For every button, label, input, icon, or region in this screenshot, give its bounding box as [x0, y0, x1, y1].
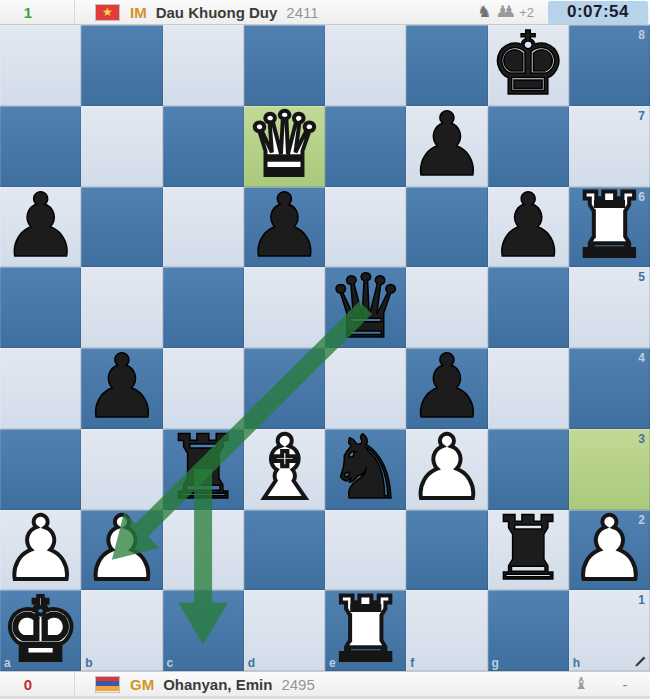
- square-h4[interactable]: 4: [569, 348, 650, 429]
- piece-bP-b4[interactable]: ♟: [81, 348, 162, 429]
- square-c6[interactable]: [163, 187, 244, 268]
- file-label-f: f: [410, 657, 414, 669]
- square-a8[interactable]: [0, 25, 81, 106]
- top-player-title: IM: [130, 4, 147, 21]
- square-f6[interactable]: [406, 187, 487, 268]
- square-c2[interactable]: [163, 510, 244, 591]
- square-d2[interactable]: [244, 510, 325, 591]
- flag-star: ★: [96, 5, 119, 19]
- square-g1[interactable]: g: [488, 590, 569, 671]
- rank-label-7: 7: [638, 110, 645, 122]
- bar-divider: [74, 0, 75, 24]
- piece-bR-c3[interactable]: ♜: [163, 429, 244, 510]
- chess-board[interactable]: 8765432abcdefgh1♚♛♟♟♟♟♜♛♟♟♜♝♞♟♟♟♜♟♚♜: [0, 25, 650, 671]
- square-c1[interactable]: c: [163, 590, 244, 671]
- piece-wP-h2[interactable]: ♟: [569, 510, 650, 591]
- square-a4[interactable]: [0, 348, 81, 429]
- square-f2[interactable]: [406, 510, 487, 591]
- square-c5[interactable]: [163, 267, 244, 348]
- square-b6[interactable]: [81, 187, 162, 268]
- bottom-player-name: Ohanyan, Emin: [163, 676, 272, 693]
- bishop-icon: ♝: [574, 676, 588, 692]
- file-label-b: b: [85, 657, 92, 669]
- bottom-player-title: GM: [130, 676, 154, 693]
- armenia-flag-icon: [95, 676, 120, 693]
- square-d5[interactable]: [244, 267, 325, 348]
- square-b7[interactable]: [81, 106, 162, 187]
- square-e7[interactable]: [325, 106, 406, 187]
- top-player-clock: 0:07:54: [548, 1, 648, 24]
- square-h8[interactable]: 8: [569, 25, 650, 106]
- file-label-c: c: [167, 657, 174, 669]
- piece-bN-e3[interactable]: ♞: [325, 429, 406, 510]
- square-h5[interactable]: 5: [569, 267, 650, 348]
- file-label-h: h: [573, 657, 580, 669]
- edit-pencil-icon[interactable]: [633, 655, 647, 669]
- square-b8[interactable]: [81, 25, 162, 106]
- top-material-extra: +2: [519, 5, 534, 20]
- square-g4[interactable]: [488, 348, 569, 429]
- top-player-name: Dau Khuong Duy: [156, 4, 278, 21]
- piece-wR-h6[interactable]: ♜: [569, 187, 650, 268]
- bottom-player-clock: -: [602, 676, 648, 693]
- file-label-d: d: [248, 657, 255, 669]
- flag-stripe: [96, 686, 119, 691]
- piece-bK-g8[interactable]: ♚: [488, 25, 569, 106]
- file-label-g: g: [492, 657, 499, 669]
- piece-wB-d3[interactable]: ♝: [244, 429, 325, 510]
- square-f1[interactable]: f: [406, 590, 487, 671]
- pawn-pair-icon: ♟♟: [495, 4, 516, 20]
- piece-bP-f7[interactable]: ♟: [406, 106, 487, 187]
- vietnam-flag-icon: ★: [95, 4, 120, 21]
- square-b1[interactable]: b: [81, 590, 162, 671]
- rank-label-3: 3: [638, 433, 645, 445]
- bottom-player-score: 0: [0, 676, 56, 693]
- bottom-material-balance: ♝: [574, 676, 588, 692]
- square-d1[interactable]: d: [244, 590, 325, 671]
- square-g5[interactable]: [488, 267, 569, 348]
- top-player-bar: 1 ★ IM Dau Khuong Duy 2411 ♞♟♟ +2 0:07:5…: [0, 0, 650, 25]
- top-material-balance: ♞♟♟: [477, 4, 516, 20]
- square-e8[interactable]: [325, 25, 406, 106]
- chess-broadcast-window: 1 ★ IM Dau Khuong Duy 2411 ♞♟♟ +2 0:07:5…: [0, 0, 650, 699]
- piece-wR-e1[interactable]: ♜: [325, 590, 406, 671]
- piece-wP-b2[interactable]: ♟: [81, 510, 162, 591]
- top-player-rating: 2411: [286, 4, 318, 21]
- piece-wP-f3[interactable]: ♟: [406, 429, 487, 510]
- bar-divider: [74, 672, 75, 696]
- square-c8[interactable]: [163, 25, 244, 106]
- square-a5[interactable]: [0, 267, 81, 348]
- piece-wK-a1[interactable]: ♚: [0, 590, 81, 671]
- square-c7[interactable]: [163, 106, 244, 187]
- piece-bR-g2[interactable]: ♜: [488, 510, 569, 591]
- piece-bP-a6[interactable]: ♟: [0, 187, 81, 268]
- piece-bQ-e5[interactable]: ♛: [325, 267, 406, 348]
- piece-bP-d6[interactable]: ♟: [244, 187, 325, 268]
- rank-label-8: 8: [638, 29, 645, 41]
- bottom-player-bar: 0 GM Ohanyan, Emin 2495 ♝ -: [0, 671, 650, 699]
- top-player-score: 1: [0, 4, 56, 21]
- piece-bP-g6[interactable]: ♟: [488, 187, 569, 268]
- bottom-player-rating: 2495: [281, 676, 314, 693]
- knight-icon: ♞: [477, 4, 491, 20]
- rank-label-4: 4: [638, 352, 645, 364]
